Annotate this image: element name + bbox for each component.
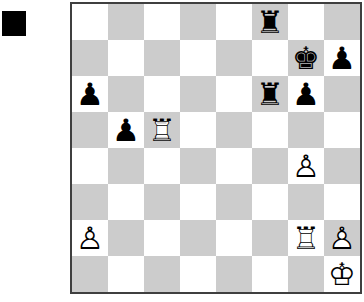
square-a4[interactable] xyxy=(72,148,108,184)
black-pawn-a6[interactable]: ♟ xyxy=(72,76,108,112)
square-f6[interactable]: ♜ xyxy=(252,76,288,112)
square-d6[interactable] xyxy=(180,76,216,112)
white-pawn-g4[interactable]: ♟♙ xyxy=(288,148,324,184)
square-f4[interactable] xyxy=(252,148,288,184)
chess-diagram: ♜♚♟♟♜♟♟♜♖♟♙♟♙♜♖♟♙♚♔ xyxy=(0,0,364,302)
white-rook-icon: ♖ xyxy=(288,220,324,256)
square-b4[interactable] xyxy=(108,148,144,184)
square-b3[interactable] xyxy=(108,184,144,220)
black-king-g7[interactable]: ♚ xyxy=(288,40,324,76)
square-g6[interactable]: ♟ xyxy=(288,76,324,112)
square-h8[interactable] xyxy=(324,4,360,40)
black-rook-f6[interactable]: ♜ xyxy=(252,76,288,112)
white-rook-icon: ♖ xyxy=(144,112,180,148)
square-d4[interactable] xyxy=(180,148,216,184)
square-h2[interactable]: ♟♙ xyxy=(324,220,360,256)
square-d7[interactable] xyxy=(180,40,216,76)
square-d5[interactable] xyxy=(180,112,216,148)
square-e4[interactable] xyxy=(216,148,252,184)
square-b1[interactable] xyxy=(108,256,144,292)
square-h6[interactable] xyxy=(324,76,360,112)
square-e7[interactable] xyxy=(216,40,252,76)
white-pawn-h2[interactable]: ♟♙ xyxy=(324,220,360,256)
square-a7[interactable] xyxy=(72,40,108,76)
square-g8[interactable] xyxy=(288,4,324,40)
square-a5[interactable] xyxy=(72,112,108,148)
black-pawn-h7[interactable]: ♟ xyxy=(324,40,360,76)
white-rook-c5[interactable]: ♜♖ xyxy=(144,112,180,148)
square-c8[interactable] xyxy=(144,4,180,40)
black-pawn-b5[interactable]: ♟ xyxy=(108,112,144,148)
white-pawn-icon: ♙ xyxy=(288,148,324,184)
square-d8[interactable] xyxy=(180,4,216,40)
square-b8[interactable] xyxy=(108,4,144,40)
square-c6[interactable] xyxy=(144,76,180,112)
square-e3[interactable] xyxy=(216,184,252,220)
square-h3[interactable] xyxy=(324,184,360,220)
square-f3[interactable] xyxy=(252,184,288,220)
black-to-move-indicator xyxy=(2,11,26,36)
white-rook-g2[interactable]: ♜♖ xyxy=(288,220,324,256)
black-pawn-g6[interactable]: ♟ xyxy=(288,76,324,112)
square-f7[interactable] xyxy=(252,40,288,76)
square-f1[interactable] xyxy=(252,256,288,292)
square-a6[interactable]: ♟ xyxy=(72,76,108,112)
black-rook-f8[interactable]: ♜ xyxy=(252,4,288,40)
square-d1[interactable] xyxy=(180,256,216,292)
square-f2[interactable] xyxy=(252,220,288,256)
white-pawn-icon: ♙ xyxy=(72,220,108,256)
square-e6[interactable] xyxy=(216,76,252,112)
square-d3[interactable] xyxy=(180,184,216,220)
square-c5[interactable]: ♜♖ xyxy=(144,112,180,148)
square-c1[interactable] xyxy=(144,256,180,292)
square-d2[interactable] xyxy=(180,220,216,256)
square-f5[interactable] xyxy=(252,112,288,148)
square-a1[interactable] xyxy=(72,256,108,292)
square-a2[interactable]: ♟♙ xyxy=(72,220,108,256)
square-b2[interactable] xyxy=(108,220,144,256)
square-c4[interactable] xyxy=(144,148,180,184)
square-a3[interactable] xyxy=(72,184,108,220)
square-e2[interactable] xyxy=(216,220,252,256)
white-pawn-icon: ♙ xyxy=(324,220,360,256)
square-h7[interactable]: ♟ xyxy=(324,40,360,76)
chess-board: ♜♚♟♟♜♟♟♜♖♟♙♟♙♜♖♟♙♚♔ xyxy=(70,2,362,294)
square-g7[interactable]: ♚ xyxy=(288,40,324,76)
white-king-h1[interactable]: ♚♔ xyxy=(324,256,360,292)
square-h4[interactable] xyxy=(324,148,360,184)
white-king-icon: ♔ xyxy=(324,256,360,292)
square-c2[interactable] xyxy=(144,220,180,256)
square-b5[interactable]: ♟ xyxy=(108,112,144,148)
white-pawn-a2[interactable]: ♟♙ xyxy=(72,220,108,256)
square-h1[interactable]: ♚♔ xyxy=(324,256,360,292)
square-h5[interactable] xyxy=(324,112,360,148)
square-e8[interactable] xyxy=(216,4,252,40)
square-e5[interactable] xyxy=(216,112,252,148)
square-a8[interactable] xyxy=(72,4,108,40)
square-e1[interactable] xyxy=(216,256,252,292)
square-b6[interactable] xyxy=(108,76,144,112)
square-g4[interactable]: ♟♙ xyxy=(288,148,324,184)
square-g3[interactable] xyxy=(288,184,324,220)
square-g5[interactable] xyxy=(288,112,324,148)
square-b7[interactable] xyxy=(108,40,144,76)
square-f8[interactable]: ♜ xyxy=(252,4,288,40)
square-g1[interactable] xyxy=(288,256,324,292)
square-g2[interactable]: ♜♖ xyxy=(288,220,324,256)
square-c7[interactable] xyxy=(144,40,180,76)
square-c3[interactable] xyxy=(144,184,180,220)
